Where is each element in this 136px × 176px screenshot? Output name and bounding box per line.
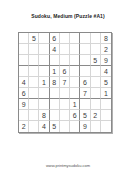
cell-r7c6[interactable]: 1 [70,99,80,110]
cell-r9c3[interactable]: 4 [39,121,49,132]
cell-r1c6[interactable] [70,33,80,44]
cell-r2c7[interactable] [80,44,90,55]
cell-r5c4[interactable]: 8 [50,77,60,88]
cell-r4c6[interactable] [70,66,80,77]
cell-r2c8[interactable] [91,44,101,55]
cell-r6c6[interactable] [70,88,80,99]
cell-r6c4[interactable] [50,88,60,99]
cell-r5c2[interactable] [29,77,39,88]
cell-r5c5[interactable]: 7 [60,77,70,88]
cell-r2c3[interactable] [39,44,49,55]
cell-r3c9[interactable]: 9 [101,55,111,66]
footer-url: www.printmysudoku.com [0,163,136,168]
cell-r8c3[interactable]: 8 [39,110,49,121]
cell-r9c8[interactable] [91,121,101,132]
cell-r5c8[interactable] [91,77,101,88]
cell-r4c3[interactable] [39,66,49,77]
sudoku-page: Sudoku, Medium (Puzzle #A1) 568425916441… [0,0,136,176]
cell-r9c1[interactable]: 2 [19,121,29,132]
cell-r6c2[interactable] [29,88,39,99]
cell-r3c6[interactable] [70,55,80,66]
cell-r4c1[interactable] [19,66,29,77]
cell-r5c6[interactable] [70,77,80,88]
cell-r1c2[interactable]: 5 [29,33,39,44]
cell-r3c8[interactable]: 5 [91,55,101,66]
cell-r7c7[interactable] [80,99,90,110]
cell-r6c1[interactable]: 6 [19,88,29,99]
cell-r8c9[interactable] [101,110,111,121]
cell-r8c8[interactable]: 2 [91,110,101,121]
cell-r4c7[interactable] [80,66,90,77]
cell-r6c3[interactable] [39,88,49,99]
cell-r8c1[interactable] [19,110,29,121]
cell-r2c5[interactable] [60,44,70,55]
cell-r1c1[interactable] [19,33,29,44]
cell-r1c4[interactable]: 6 [50,33,60,44]
cell-r8c7[interactable]: 5 [80,110,90,121]
cell-r9c2[interactable] [29,121,39,132]
cell-r4c9[interactable]: 4 [101,66,111,77]
cell-r9c5[interactable] [60,121,70,132]
cell-r2c4[interactable]: 4 [50,44,60,55]
cell-r2c2[interactable] [29,44,39,55]
cell-r9c7[interactable]: 9 [80,121,90,132]
cell-r9c9[interactable] [101,121,111,132]
cell-r4c8[interactable] [91,66,101,77]
cell-r7c9[interactable] [101,99,111,110]
cell-r8c4[interactable] [50,110,60,121]
cell-r5c3[interactable]: 1 [39,77,49,88]
cell-r3c3[interactable] [39,55,49,66]
cell-r7c2[interactable] [29,99,39,110]
cell-r1c5[interactable] [60,33,70,44]
cell-r8c6[interactable]: 6 [70,110,80,121]
cell-r5c1[interactable]: 4 [19,77,29,88]
cell-r2c9[interactable]: 2 [101,44,111,55]
cell-r1c7[interactable] [80,33,90,44]
cell-r7c5[interactable] [60,99,70,110]
cell-r7c3[interactable] [39,99,49,110]
cell-r3c7[interactable] [80,55,90,66]
cell-r4c2[interactable] [29,66,39,77]
cell-r6c7[interactable]: 7 [80,88,90,99]
cell-r7c1[interactable]: 9 [19,99,29,110]
cell-r2c1[interactable] [19,44,29,55]
cell-r5c7[interactable]: 6 [80,77,90,88]
cell-r3c5[interactable] [60,55,70,66]
cell-r4c5[interactable]: 6 [60,66,70,77]
cell-r9c6[interactable] [70,121,80,132]
cell-r8c5[interactable] [60,110,70,121]
cell-r5c9[interactable]: 5 [101,77,111,88]
cell-r3c1[interactable] [19,55,29,66]
cell-r1c9[interactable]: 8 [101,33,111,44]
sudoku-board: 56842591644187656719186522459 [18,32,112,133]
cell-r6c9[interactable]: 1 [101,88,111,99]
cell-r6c5[interactable] [60,88,70,99]
cell-r7c8[interactable] [91,99,101,110]
cell-r6c8[interactable] [91,88,101,99]
cell-r1c8[interactable] [91,33,101,44]
page-title: Sudoku, Medium (Puzzle #A1) [0,13,136,19]
cell-r7c4[interactable] [50,99,60,110]
cell-r1c3[interactable] [39,33,49,44]
cell-r8c2[interactable] [29,110,39,121]
cell-r3c2[interactable] [29,55,39,66]
cell-r4c4[interactable]: 1 [50,66,60,77]
cell-r3c4[interactable] [50,55,60,66]
cell-r2c6[interactable] [70,44,80,55]
cell-r9c4[interactable]: 5 [50,121,60,132]
